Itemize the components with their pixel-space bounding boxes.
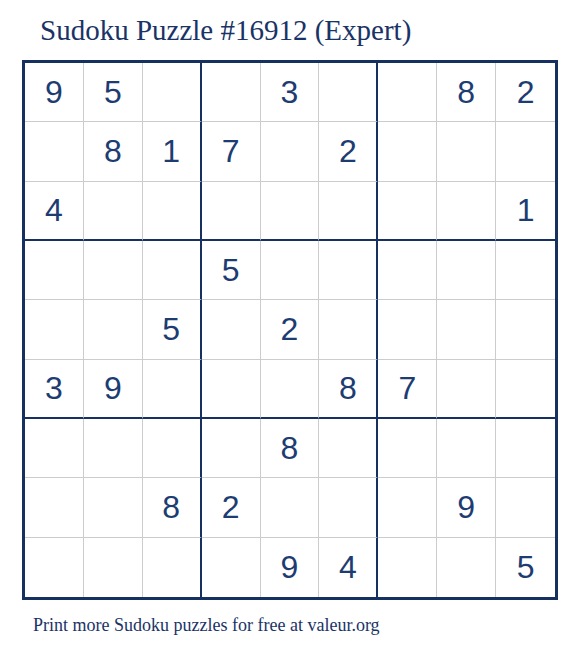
cell-r2c6: 2 [319, 122, 378, 181]
cell-r4c1[interactable] [25, 241, 84, 300]
cell-r2c7[interactable] [378, 122, 437, 181]
cell-r3c6[interactable] [319, 182, 378, 241]
cell-r7c8[interactable] [437, 419, 496, 478]
cell-r5c7[interactable] [378, 300, 437, 359]
cell-r6c5[interactable] [261, 360, 320, 419]
cell-r7c2[interactable] [84, 419, 143, 478]
cell-r5c4[interactable] [202, 300, 261, 359]
cell-r1c4[interactable] [202, 63, 261, 122]
cell-r2c4: 7 [202, 122, 261, 181]
cell-r5c1[interactable] [25, 300, 84, 359]
cell-r9c6: 4 [319, 538, 378, 597]
page: Sudoku Puzzle #16912 (Expert) 9538281724… [0, 0, 580, 651]
cell-r3c1: 4 [25, 182, 84, 241]
cell-r9c3[interactable] [143, 538, 202, 597]
cell-r4c8[interactable] [437, 241, 496, 300]
cell-r4c2[interactable] [84, 241, 143, 300]
cell-r3c5[interactable] [261, 182, 320, 241]
cell-r7c3[interactable] [143, 419, 202, 478]
cell-r3c9: 1 [496, 182, 555, 241]
cell-r1c8: 8 [437, 63, 496, 122]
cell-r6c4[interactable] [202, 360, 261, 419]
cell-r8c7[interactable] [378, 478, 437, 537]
cell-r8c1[interactable] [25, 478, 84, 537]
cell-r7c9[interactable] [496, 419, 555, 478]
cell-r3c4[interactable] [202, 182, 261, 241]
cell-r5c8[interactable] [437, 300, 496, 359]
cell-r6c8[interactable] [437, 360, 496, 419]
cell-r7c7[interactable] [378, 419, 437, 478]
cell-r1c1: 9 [25, 63, 84, 122]
cell-r7c5: 8 [261, 419, 320, 478]
cell-r2c1[interactable] [25, 122, 84, 181]
cell-r3c8[interactable] [437, 182, 496, 241]
cell-r8c3: 8 [143, 478, 202, 537]
sudoku-grid: 9538281724155239878829945 [22, 60, 558, 600]
cell-r8c6[interactable] [319, 478, 378, 537]
cell-r4c5[interactable] [261, 241, 320, 300]
cell-r1c2: 5 [84, 63, 143, 122]
cell-r3c2[interactable] [84, 182, 143, 241]
cell-r8c4: 2 [202, 478, 261, 537]
cell-r6c9[interactable] [496, 360, 555, 419]
cell-r9c8[interactable] [437, 538, 496, 597]
cell-r1c3[interactable] [143, 63, 202, 122]
cell-r5c9[interactable] [496, 300, 555, 359]
cell-r4c4: 5 [202, 241, 261, 300]
cell-r2c2: 8 [84, 122, 143, 181]
cell-r1c5: 3 [261, 63, 320, 122]
cell-r9c7[interactable] [378, 538, 437, 597]
cell-r6c3[interactable] [143, 360, 202, 419]
cell-r2c3: 1 [143, 122, 202, 181]
cell-r4c3[interactable] [143, 241, 202, 300]
cell-r8c8: 9 [437, 478, 496, 537]
cell-r2c9[interactable] [496, 122, 555, 181]
cell-r8c5[interactable] [261, 478, 320, 537]
cell-r3c3[interactable] [143, 182, 202, 241]
cell-r5c5: 2 [261, 300, 320, 359]
cell-r9c2[interactable] [84, 538, 143, 597]
cell-r6c2: 9 [84, 360, 143, 419]
cell-r1c7[interactable] [378, 63, 437, 122]
page-title: Sudoku Puzzle #16912 (Expert) [40, 14, 411, 47]
cell-r9c5: 9 [261, 538, 320, 597]
cell-r4c7[interactable] [378, 241, 437, 300]
cell-r1c9: 2 [496, 63, 555, 122]
cell-r4c6[interactable] [319, 241, 378, 300]
cell-r2c5[interactable] [261, 122, 320, 181]
cell-r9c1[interactable] [25, 538, 84, 597]
cell-r5c3: 5 [143, 300, 202, 359]
cell-r6c6: 8 [319, 360, 378, 419]
cell-r7c4[interactable] [202, 419, 261, 478]
cell-r8c9[interactable] [496, 478, 555, 537]
cell-r6c1: 3 [25, 360, 84, 419]
cell-r5c2[interactable] [84, 300, 143, 359]
cell-r6c7: 7 [378, 360, 437, 419]
cell-r2c8[interactable] [437, 122, 496, 181]
cell-r5c6[interactable] [319, 300, 378, 359]
footer-text: Print more Sudoku puzzles for free at va… [33, 615, 380, 636]
cell-r9c4[interactable] [202, 538, 261, 597]
cell-r4c9[interactable] [496, 241, 555, 300]
cell-r7c6[interactable] [319, 419, 378, 478]
cell-r3c7[interactable] [378, 182, 437, 241]
cell-r7c1[interactable] [25, 419, 84, 478]
cell-r9c9: 5 [496, 538, 555, 597]
cell-r8c2[interactable] [84, 478, 143, 537]
cell-r1c6[interactable] [319, 63, 378, 122]
